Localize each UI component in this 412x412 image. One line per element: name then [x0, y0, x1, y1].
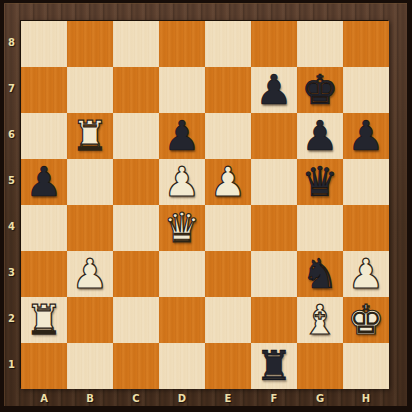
- square-f6[interactable]: [251, 113, 297, 159]
- piece-black-pawn[interactable]: ♟: [297, 112, 343, 158]
- square-a5[interactable]: ♟: [21, 159, 67, 205]
- square-e1[interactable]: [205, 343, 251, 389]
- square-d3[interactable]: [159, 251, 205, 297]
- chessboard-frame: ♟♚♜♟♟♟♟♟♟♛♛♟♞♟♜♝♚♜ 87654321 ABCDEFGH: [0, 0, 412, 412]
- piece-white-pawn[interactable]: ♟: [205, 158, 251, 204]
- square-a4[interactable]: [21, 205, 67, 251]
- square-c2[interactable]: [113, 297, 159, 343]
- piece-black-pawn[interactable]: ♟: [343, 112, 389, 158]
- square-b6[interactable]: ♜: [67, 113, 113, 159]
- square-a7[interactable]: [21, 67, 67, 113]
- piece-white-rook[interactable]: ♜: [67, 112, 113, 158]
- file-label-d: D: [159, 391, 205, 406]
- square-b8[interactable]: [67, 21, 113, 67]
- file-label-e: E: [205, 391, 251, 406]
- rank-label-8: 8: [4, 20, 19, 66]
- square-f7[interactable]: ♟: [251, 67, 297, 113]
- square-b4[interactable]: [67, 205, 113, 251]
- rank-label-3: 3: [4, 250, 19, 296]
- square-f1[interactable]: ♜: [251, 343, 297, 389]
- rank-label-7: 7: [4, 66, 19, 112]
- square-d1[interactable]: [159, 343, 205, 389]
- piece-black-rook[interactable]: ♜: [251, 342, 297, 388]
- file-label-b: B: [67, 391, 113, 406]
- square-e8[interactable]: [205, 21, 251, 67]
- square-e4[interactable]: [205, 205, 251, 251]
- piece-white-pawn[interactable]: ♟: [159, 158, 205, 204]
- rank-label-2: 2: [4, 296, 19, 342]
- rank-label-6: 6: [4, 112, 19, 158]
- square-e6[interactable]: [205, 113, 251, 159]
- piece-black-pawn[interactable]: ♟: [251, 66, 297, 112]
- file-label-c: C: [113, 391, 159, 406]
- square-d8[interactable]: [159, 21, 205, 67]
- chess-board: ♟♚♜♟♟♟♟♟♟♛♛♟♞♟♜♝♚♜: [20, 20, 388, 388]
- square-c6[interactable]: [113, 113, 159, 159]
- square-h1[interactable]: [343, 343, 389, 389]
- square-c4[interactable]: [113, 205, 159, 251]
- square-h8[interactable]: [343, 21, 389, 67]
- square-f2[interactable]: [251, 297, 297, 343]
- piece-white-king[interactable]: ♚: [343, 296, 389, 342]
- piece-white-pawn[interactable]: ♟: [343, 250, 389, 296]
- square-g3[interactable]: ♞: [297, 251, 343, 297]
- piece-black-queen[interactable]: ♛: [297, 158, 343, 204]
- piece-white-pawn[interactable]: ♟: [67, 250, 113, 296]
- square-c1[interactable]: [113, 343, 159, 389]
- square-g6[interactable]: ♟: [297, 113, 343, 159]
- square-h5[interactable]: [343, 159, 389, 205]
- square-h6[interactable]: ♟: [343, 113, 389, 159]
- file-label-h: H: [343, 391, 389, 406]
- piece-black-king[interactable]: ♚: [297, 66, 343, 112]
- rank-label-5: 5: [4, 158, 19, 204]
- square-a2[interactable]: ♜: [21, 297, 67, 343]
- square-b5[interactable]: [67, 159, 113, 205]
- square-c3[interactable]: [113, 251, 159, 297]
- piece-black-knight[interactable]: ♞: [297, 250, 343, 296]
- square-f5[interactable]: [251, 159, 297, 205]
- piece-white-queen[interactable]: ♛: [159, 204, 205, 250]
- file-label-f: F: [251, 391, 297, 406]
- square-f8[interactable]: [251, 21, 297, 67]
- square-b1[interactable]: [67, 343, 113, 389]
- piece-black-pawn[interactable]: ♟: [21, 158, 67, 204]
- file-label-g: G: [297, 391, 343, 406]
- square-g7[interactable]: ♚: [297, 67, 343, 113]
- square-d4[interactable]: ♛: [159, 205, 205, 251]
- square-h2[interactable]: ♚: [343, 297, 389, 343]
- square-e2[interactable]: [205, 297, 251, 343]
- square-b2[interactable]: [67, 297, 113, 343]
- square-a3[interactable]: [21, 251, 67, 297]
- square-c5[interactable]: [113, 159, 159, 205]
- rank-label-1: 1: [4, 342, 19, 388]
- square-h4[interactable]: [343, 205, 389, 251]
- square-h7[interactable]: [343, 67, 389, 113]
- square-g2[interactable]: ♝: [297, 297, 343, 343]
- square-e5[interactable]: ♟: [205, 159, 251, 205]
- file-label-a: A: [21, 391, 67, 406]
- square-e3[interactable]: [205, 251, 251, 297]
- square-d2[interactable]: [159, 297, 205, 343]
- piece-black-pawn[interactable]: ♟: [159, 112, 205, 158]
- square-e7[interactable]: [205, 67, 251, 113]
- square-b7[interactable]: [67, 67, 113, 113]
- piece-white-rook[interactable]: ♜: [21, 296, 67, 342]
- square-f4[interactable]: [251, 205, 297, 251]
- square-g8[interactable]: [297, 21, 343, 67]
- rank-label-4: 4: [4, 204, 19, 250]
- square-g5[interactable]: ♛: [297, 159, 343, 205]
- square-a8[interactable]: [21, 21, 67, 67]
- square-f3[interactable]: [251, 251, 297, 297]
- square-g4[interactable]: [297, 205, 343, 251]
- square-d6[interactable]: ♟: [159, 113, 205, 159]
- square-b3[interactable]: ♟: [67, 251, 113, 297]
- square-a6[interactable]: [21, 113, 67, 159]
- square-h3[interactable]: ♟: [343, 251, 389, 297]
- square-d7[interactable]: [159, 67, 205, 113]
- square-g1[interactable]: [297, 343, 343, 389]
- piece-white-bishop[interactable]: ♝: [297, 296, 343, 342]
- square-c8[interactable]: [113, 21, 159, 67]
- square-d5[interactable]: ♟: [159, 159, 205, 205]
- square-a1[interactable]: [21, 343, 67, 389]
- square-c7[interactable]: [113, 67, 159, 113]
